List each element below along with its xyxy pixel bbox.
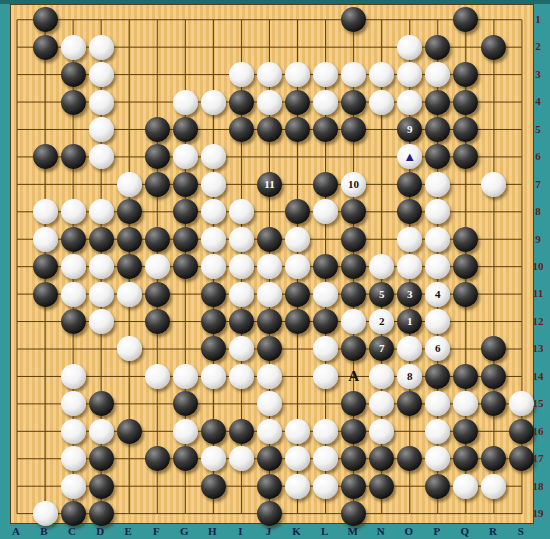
intersection-K1[interactable] (283, 6, 311, 33)
intersection-D7[interactable] (87, 171, 115, 198)
intersection-B1[interactable] (31, 6, 59, 33)
intersection-F8[interactable] (143, 198, 171, 225)
intersection-D10[interactable] (87, 253, 115, 280)
intersection-O10[interactable] (396, 253, 424, 280)
intersection-N10[interactable] (368, 253, 396, 280)
intersection-H15[interactable] (199, 390, 227, 417)
intersection-E6[interactable] (115, 143, 143, 170)
intersection-F16[interactable] (143, 418, 171, 445)
intersection-A17[interactable] (3, 445, 31, 472)
intersection-Q4[interactable] (452, 88, 480, 115)
intersection-A12[interactable] (3, 308, 31, 335)
intersection-C7[interactable] (59, 171, 87, 198)
intersection-I7[interactable] (227, 171, 255, 198)
intersection-E11[interactable] (115, 280, 143, 307)
intersection-P3[interactable] (424, 61, 452, 88)
intersection-R4[interactable] (480, 88, 508, 115)
intersection-J18[interactable] (255, 472, 283, 499)
intersection-B17[interactable] (31, 445, 59, 472)
intersection-G4[interactable] (171, 88, 199, 115)
intersection-K16[interactable] (283, 418, 311, 445)
intersection-N17[interactable] (368, 445, 396, 472)
intersection-R13[interactable] (480, 335, 508, 362)
intersection-I16[interactable] (227, 418, 255, 445)
intersection-F11[interactable] (143, 280, 171, 307)
intersection-I11[interactable] (227, 280, 255, 307)
intersection-O4[interactable] (396, 88, 424, 115)
intersection-B7[interactable] (31, 171, 59, 198)
intersection-Q13[interactable] (452, 335, 480, 362)
intersection-B12[interactable] (31, 308, 59, 335)
intersection-D6[interactable] (87, 143, 115, 170)
intersection-Q5[interactable] (452, 116, 480, 143)
intersection-L8[interactable] (312, 198, 340, 225)
intersection-K5[interactable] (283, 116, 311, 143)
intersection-G7[interactable] (171, 171, 199, 198)
intersection-I18[interactable] (227, 472, 255, 499)
intersection-K13[interactable] (283, 335, 311, 362)
intersection-G16[interactable] (171, 418, 199, 445)
intersection-H11[interactable] (199, 280, 227, 307)
intersection-E2[interactable] (115, 33, 143, 60)
intersection-R8[interactable] (480, 198, 508, 225)
intersection-F4[interactable] (143, 88, 171, 115)
intersection-G19[interactable] (171, 500, 199, 527)
intersection-Q9[interactable] (452, 226, 480, 253)
intersection-I5[interactable] (227, 116, 255, 143)
intersection-C4[interactable] (59, 88, 87, 115)
intersection-R1[interactable] (480, 6, 508, 33)
intersection-C19[interactable] (59, 500, 87, 527)
intersection-C11[interactable] (59, 280, 87, 307)
intersection-N8[interactable] (368, 198, 396, 225)
intersection-L6[interactable] (312, 143, 340, 170)
intersection-I4[interactable] (227, 88, 255, 115)
intersection-Q11[interactable] (452, 280, 480, 307)
intersection-O2[interactable] (396, 33, 424, 60)
intersection-S1[interactable] (508, 6, 536, 33)
intersection-N3[interactable] (368, 61, 396, 88)
intersection-K3[interactable] (283, 61, 311, 88)
intersection-J15[interactable] (255, 390, 283, 417)
intersection-C1[interactable] (59, 6, 87, 33)
intersection-I15[interactable] (227, 390, 255, 417)
intersection-B2[interactable] (31, 33, 59, 60)
intersection-P8[interactable] (424, 198, 452, 225)
intersection-O6[interactable]: ▲ (396, 143, 424, 170)
intersection-L5[interactable] (312, 116, 340, 143)
intersection-E14[interactable] (115, 363, 143, 390)
intersection-A18[interactable] (3, 472, 31, 499)
intersection-D2[interactable] (87, 33, 115, 60)
intersection-Q10[interactable] (452, 253, 480, 280)
intersection-C2[interactable] (59, 33, 87, 60)
intersection-Q12[interactable] (452, 308, 480, 335)
intersection-R11[interactable] (480, 280, 508, 307)
intersection-E15[interactable] (115, 390, 143, 417)
intersection-G3[interactable] (171, 61, 199, 88)
intersection-E1[interactable] (115, 6, 143, 33)
intersection-N18[interactable] (368, 472, 396, 499)
intersection-N12[interactable]: 2 (368, 308, 396, 335)
intersection-G6[interactable] (171, 143, 199, 170)
intersection-I13[interactable] (227, 335, 255, 362)
intersection-L16[interactable] (312, 418, 340, 445)
intersection-P12[interactable] (424, 308, 452, 335)
intersection-O13[interactable] (396, 335, 424, 362)
intersection-Q15[interactable] (452, 390, 480, 417)
intersection-B19[interactable] (31, 500, 59, 527)
intersection-A5[interactable] (3, 116, 31, 143)
intersection-A7[interactable] (3, 171, 31, 198)
intersection-E8[interactable] (115, 198, 143, 225)
intersection-D11[interactable] (87, 280, 115, 307)
intersection-M5[interactable] (340, 116, 368, 143)
intersection-O1[interactable] (396, 6, 424, 33)
intersection-O8[interactable] (396, 198, 424, 225)
intersection-J7[interactable]: 11 (255, 171, 283, 198)
intersection-J9[interactable] (255, 226, 283, 253)
intersection-F17[interactable] (143, 445, 171, 472)
intersection-H16[interactable] (199, 418, 227, 445)
intersection-P9[interactable] (424, 226, 452, 253)
intersection-J11[interactable] (255, 280, 283, 307)
intersection-P15[interactable] (424, 390, 452, 417)
intersection-C6[interactable] (59, 143, 87, 170)
intersection-M18[interactable] (340, 472, 368, 499)
intersection-D5[interactable] (87, 116, 115, 143)
intersection-K4[interactable] (283, 88, 311, 115)
intersection-M9[interactable] (340, 226, 368, 253)
intersection-M2[interactable] (340, 33, 368, 60)
intersection-I17[interactable] (227, 445, 255, 472)
intersection-A19[interactable] (3, 500, 31, 527)
intersection-R15[interactable] (480, 390, 508, 417)
intersection-J13[interactable] (255, 335, 283, 362)
intersection-A11[interactable] (3, 280, 31, 307)
intersection-G14[interactable] (171, 363, 199, 390)
intersection-O16[interactable] (396, 418, 424, 445)
intersection-F1[interactable] (143, 6, 171, 33)
intersection-S2[interactable] (508, 33, 536, 60)
intersection-B4[interactable] (31, 88, 59, 115)
intersection-K17[interactable] (283, 445, 311, 472)
intersection-F18[interactable] (143, 472, 171, 499)
intersection-K2[interactable] (283, 33, 311, 60)
intersection-G15[interactable] (171, 390, 199, 417)
intersection-C8[interactable] (59, 198, 87, 225)
intersection-C9[interactable] (59, 226, 87, 253)
intersection-B18[interactable] (31, 472, 59, 499)
intersection-M1[interactable] (340, 6, 368, 33)
intersection-C15[interactable] (59, 390, 87, 417)
intersection-N7[interactable] (368, 171, 396, 198)
intersection-H7[interactable] (199, 171, 227, 198)
intersection-O19[interactable] (396, 500, 424, 527)
intersection-F9[interactable] (143, 226, 171, 253)
intersection-M11[interactable] (340, 280, 368, 307)
intersection-M12[interactable] (340, 308, 368, 335)
intersection-R6[interactable] (480, 143, 508, 170)
intersection-L13[interactable] (312, 335, 340, 362)
intersection-O18[interactable] (396, 472, 424, 499)
intersection-J14[interactable] (255, 363, 283, 390)
intersection-P2[interactable] (424, 33, 452, 60)
intersection-E18[interactable] (115, 472, 143, 499)
intersection-I10[interactable] (227, 253, 255, 280)
intersection-B3[interactable] (31, 61, 59, 88)
intersection-N16[interactable] (368, 418, 396, 445)
intersection-J12[interactable] (255, 308, 283, 335)
intersection-C14[interactable] (59, 363, 87, 390)
intersection-G17[interactable] (171, 445, 199, 472)
intersection-A16[interactable] (3, 418, 31, 445)
intersection-J2[interactable] (255, 33, 283, 60)
intersection-L17[interactable] (312, 445, 340, 472)
intersection-Q16[interactable] (452, 418, 480, 445)
intersection-A1[interactable] (3, 6, 31, 33)
intersection-S8[interactable] (508, 198, 536, 225)
intersection-E16[interactable] (115, 418, 143, 445)
intersection-N15[interactable] (368, 390, 396, 417)
intersection-L9[interactable] (312, 226, 340, 253)
intersection-P1[interactable] (424, 6, 452, 33)
intersection-M8[interactable] (340, 198, 368, 225)
intersection-Q2[interactable] (452, 33, 480, 60)
intersection-N19[interactable] (368, 500, 396, 527)
intersection-I9[interactable] (227, 226, 255, 253)
intersection-R2[interactable] (480, 33, 508, 60)
intersection-J17[interactable] (255, 445, 283, 472)
intersection-O11[interactable]: 3 (396, 280, 424, 307)
intersection-J8[interactable] (255, 198, 283, 225)
intersection-F14[interactable] (143, 363, 171, 390)
intersection-M15[interactable] (340, 390, 368, 417)
intersection-L18[interactable] (312, 472, 340, 499)
intersection-A9[interactable] (3, 226, 31, 253)
intersection-O14[interactable]: 8 (396, 363, 424, 390)
intersection-H12[interactable] (199, 308, 227, 335)
intersection-H14[interactable] (199, 363, 227, 390)
intersection-J10[interactable] (255, 253, 283, 280)
intersection-A4[interactable] (3, 88, 31, 115)
intersection-P17[interactable] (424, 445, 452, 472)
intersection-D13[interactable] (87, 335, 115, 362)
intersection-R19[interactable] (480, 500, 508, 527)
intersection-R17[interactable] (480, 445, 508, 472)
intersection-H19[interactable] (199, 500, 227, 527)
intersection-B6[interactable] (31, 143, 59, 170)
intersection-D17[interactable] (87, 445, 115, 472)
intersection-L4[interactable] (312, 88, 340, 115)
intersection-R14[interactable] (480, 363, 508, 390)
intersection-A10[interactable] (3, 253, 31, 280)
intersection-H1[interactable] (199, 6, 227, 33)
intersection-H18[interactable] (199, 472, 227, 499)
intersection-L15[interactable] (312, 390, 340, 417)
intersection-F2[interactable] (143, 33, 171, 60)
intersection-K7[interactable] (283, 171, 311, 198)
intersection-H2[interactable] (199, 33, 227, 60)
intersection-L11[interactable] (312, 280, 340, 307)
intersection-R9[interactable] (480, 226, 508, 253)
intersection-G1[interactable] (171, 6, 199, 33)
intersection-K8[interactable] (283, 198, 311, 225)
intersection-D16[interactable] (87, 418, 115, 445)
intersection-P4[interactable] (424, 88, 452, 115)
intersection-A2[interactable] (3, 33, 31, 60)
intersection-M16[interactable] (340, 418, 368, 445)
intersection-B9[interactable] (31, 226, 59, 253)
intersection-C12[interactable] (59, 308, 87, 335)
intersection-G5[interactable] (171, 116, 199, 143)
intersection-E13[interactable] (115, 335, 143, 362)
intersection-F13[interactable] (143, 335, 171, 362)
intersection-H8[interactable] (199, 198, 227, 225)
intersection-S6[interactable] (508, 143, 536, 170)
intersection-F5[interactable] (143, 116, 171, 143)
intersection-S7[interactable] (508, 171, 536, 198)
intersection-I14[interactable] (227, 363, 255, 390)
intersection-Q7[interactable] (452, 171, 480, 198)
intersection-B5[interactable] (31, 116, 59, 143)
intersection-N1[interactable] (368, 6, 396, 33)
intersection-J19[interactable] (255, 500, 283, 527)
intersection-R10[interactable] (480, 253, 508, 280)
intersection-L1[interactable] (312, 6, 340, 33)
intersection-N6[interactable] (368, 143, 396, 170)
intersection-A6[interactable] (3, 143, 31, 170)
intersection-E7[interactable] (115, 171, 143, 198)
intersection-L3[interactable] (312, 61, 340, 88)
intersection-E17[interactable] (115, 445, 143, 472)
intersection-S9[interactable] (508, 226, 536, 253)
intersection-M19[interactable] (340, 500, 368, 527)
intersection-N14[interactable] (368, 363, 396, 390)
intersection-C13[interactable] (59, 335, 87, 362)
intersection-G9[interactable] (171, 226, 199, 253)
board-grid[interactable]: 9▲11105342176A8 (3, 6, 536, 527)
intersection-M10[interactable] (340, 253, 368, 280)
intersection-P5[interactable] (424, 116, 452, 143)
intersection-Q6[interactable] (452, 143, 480, 170)
intersection-P13[interactable]: 6 (424, 335, 452, 362)
intersection-R5[interactable] (480, 116, 508, 143)
intersection-G12[interactable] (171, 308, 199, 335)
intersection-C5[interactable] (59, 116, 87, 143)
intersection-K18[interactable] (283, 472, 311, 499)
intersection-D8[interactable] (87, 198, 115, 225)
intersection-A8[interactable] (3, 198, 31, 225)
intersection-E19[interactable] (115, 500, 143, 527)
intersection-F15[interactable] (143, 390, 171, 417)
intersection-H4[interactable] (199, 88, 227, 115)
intersection-F7[interactable] (143, 171, 171, 198)
intersection-L7[interactable] (312, 171, 340, 198)
intersection-F12[interactable] (143, 308, 171, 335)
intersection-E9[interactable] (115, 226, 143, 253)
intersection-G2[interactable] (171, 33, 199, 60)
intersection-Q19[interactable] (452, 500, 480, 527)
intersection-E10[interactable] (115, 253, 143, 280)
intersection-K6[interactable] (283, 143, 311, 170)
intersection-E5[interactable] (115, 116, 143, 143)
intersection-P16[interactable] (424, 418, 452, 445)
intersection-G13[interactable] (171, 335, 199, 362)
intersection-R12[interactable] (480, 308, 508, 335)
intersection-H10[interactable] (199, 253, 227, 280)
intersection-F10[interactable] (143, 253, 171, 280)
intersection-N11[interactable]: 5 (368, 280, 396, 307)
intersection-I19[interactable] (227, 500, 255, 527)
intersection-D14[interactable] (87, 363, 115, 390)
intersection-Q14[interactable] (452, 363, 480, 390)
intersection-N13[interactable]: 7 (368, 335, 396, 362)
intersection-M4[interactable] (340, 88, 368, 115)
intersection-M3[interactable] (340, 61, 368, 88)
intersection-N5[interactable] (368, 116, 396, 143)
intersection-R7[interactable] (480, 171, 508, 198)
intersection-O7[interactable] (396, 171, 424, 198)
intersection-I1[interactable] (227, 6, 255, 33)
intersection-F19[interactable] (143, 500, 171, 527)
intersection-S11[interactable] (508, 280, 536, 307)
intersection-I12[interactable] (227, 308, 255, 335)
intersection-Q3[interactable] (452, 61, 480, 88)
intersection-I3[interactable] (227, 61, 255, 88)
intersection-C18[interactable] (59, 472, 87, 499)
intersection-I2[interactable] (227, 33, 255, 60)
intersection-M6[interactable] (340, 143, 368, 170)
intersection-G8[interactable] (171, 198, 199, 225)
intersection-I6[interactable] (227, 143, 255, 170)
intersection-L14[interactable] (312, 363, 340, 390)
intersection-Q1[interactable] (452, 6, 480, 33)
intersection-N2[interactable] (368, 33, 396, 60)
intersection-O5[interactable]: 9 (396, 116, 424, 143)
intersection-B10[interactable] (31, 253, 59, 280)
intersection-H5[interactable] (199, 116, 227, 143)
intersection-P6[interactable] (424, 143, 452, 170)
intersection-K9[interactable] (283, 226, 311, 253)
intersection-M13[interactable] (340, 335, 368, 362)
intersection-Q18[interactable] (452, 472, 480, 499)
intersection-K19[interactable] (283, 500, 311, 527)
intersection-J5[interactable] (255, 116, 283, 143)
intersection-E12[interactable] (115, 308, 143, 335)
intersection-R16[interactable] (480, 418, 508, 445)
intersection-D4[interactable] (87, 88, 115, 115)
intersection-D3[interactable] (87, 61, 115, 88)
intersection-S5[interactable] (508, 116, 536, 143)
intersection-Q8[interactable] (452, 198, 480, 225)
intersection-B14[interactable] (31, 363, 59, 390)
intersection-O12[interactable]: 1 (396, 308, 424, 335)
intersection-D1[interactable] (87, 6, 115, 33)
intersection-O3[interactable] (396, 61, 424, 88)
intersection-R3[interactable] (480, 61, 508, 88)
intersection-B8[interactable] (31, 198, 59, 225)
intersection-L19[interactable] (312, 500, 340, 527)
intersection-O15[interactable] (396, 390, 424, 417)
intersection-C10[interactable] (59, 253, 87, 280)
intersection-C17[interactable] (59, 445, 87, 472)
intersection-K11[interactable] (283, 280, 311, 307)
intersection-J6[interactable] (255, 143, 283, 170)
intersection-P10[interactable] (424, 253, 452, 280)
intersection-J3[interactable] (255, 61, 283, 88)
intersection-H6[interactable] (199, 143, 227, 170)
